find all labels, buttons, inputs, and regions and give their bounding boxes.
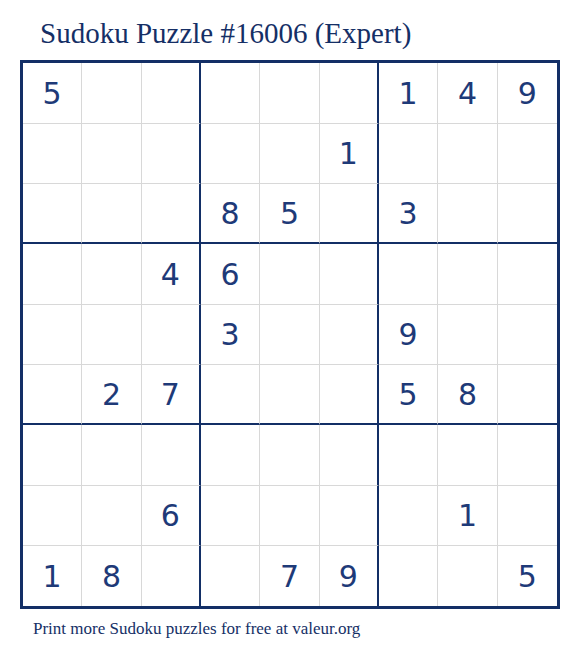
cell-r8c2[interactable]: [82, 486, 141, 546]
cell-r2c4[interactable]: [201, 124, 260, 184]
cell-r5c1[interactable]: [23, 305, 82, 365]
cell-r7c1[interactable]: [23, 425, 82, 485]
cell-r2c7[interactable]: [379, 124, 438, 184]
cell-r2c9[interactable]: [498, 124, 557, 184]
cell-r6c2: 2: [82, 365, 141, 425]
cell-r2c1[interactable]: [23, 124, 82, 184]
cell-r7c9[interactable]: [498, 425, 557, 485]
cell-r5c7: 9: [379, 305, 438, 365]
cell-r3c7: 3: [379, 184, 438, 244]
cell-r3c4: 8: [201, 184, 260, 244]
cell-r6c3: 7: [142, 365, 201, 425]
cell-r4c8[interactable]: [438, 244, 497, 304]
cell-r9c7[interactable]: [379, 546, 438, 606]
cell-r4c7[interactable]: [379, 244, 438, 304]
cell-r5c6[interactable]: [320, 305, 379, 365]
cell-r7c8[interactable]: [438, 425, 497, 485]
cell-r9c8[interactable]: [438, 546, 497, 606]
cell-r9c4[interactable]: [201, 546, 260, 606]
cell-r1c2[interactable]: [82, 63, 141, 123]
cell-r3c8[interactable]: [438, 184, 497, 244]
cell-r2c3[interactable]: [142, 124, 201, 184]
cell-r7c3[interactable]: [142, 425, 201, 485]
cell-r6c9[interactable]: [498, 365, 557, 425]
cell-r8c5[interactable]: [260, 486, 319, 546]
cell-r6c4[interactable]: [201, 365, 260, 425]
page: Sudoku Puzzle #16006 (Expert) 5149185346…: [0, 0, 580, 651]
cell-r8c6[interactable]: [320, 486, 379, 546]
cell-r4c3: 4: [142, 244, 201, 304]
cell-r5c3[interactable]: [142, 305, 201, 365]
cell-r1c5[interactable]: [260, 63, 319, 123]
cell-r1c9: 9: [498, 63, 557, 123]
cell-r3c2[interactable]: [82, 184, 141, 244]
cell-r5c4: 3: [201, 305, 260, 365]
cell-r8c8: 1: [438, 486, 497, 546]
cell-r1c3[interactable]: [142, 63, 201, 123]
page-title: Sudoku Puzzle #16006 (Expert): [0, 0, 580, 50]
cell-r3c6[interactable]: [320, 184, 379, 244]
cell-r9c9: 5: [498, 546, 557, 606]
cell-r9c2: 8: [82, 546, 141, 606]
cell-r7c2[interactable]: [82, 425, 141, 485]
cell-r3c1[interactable]: [23, 184, 82, 244]
cell-r8c1[interactable]: [23, 486, 82, 546]
cell-r8c3: 6: [142, 486, 201, 546]
cell-r8c4[interactable]: [201, 486, 260, 546]
cell-r7c4[interactable]: [201, 425, 260, 485]
cell-r4c1[interactable]: [23, 244, 82, 304]
cell-r5c9[interactable]: [498, 305, 557, 365]
cell-r4c5[interactable]: [260, 244, 319, 304]
cell-r9c3[interactable]: [142, 546, 201, 606]
cell-r7c7[interactable]: [379, 425, 438, 485]
cell-r2c5[interactable]: [260, 124, 319, 184]
cell-r4c9[interactable]: [498, 244, 557, 304]
cell-r4c4: 6: [201, 244, 260, 304]
cell-r6c7: 5: [379, 365, 438, 425]
sudoku-board: 51491853463927586118795: [20, 60, 560, 609]
cell-r3c9[interactable]: [498, 184, 557, 244]
cell-r3c3[interactable]: [142, 184, 201, 244]
cell-r8c7[interactable]: [379, 486, 438, 546]
cell-r6c8: 8: [438, 365, 497, 425]
cell-r1c8: 4: [438, 63, 497, 123]
cell-r1c6[interactable]: [320, 63, 379, 123]
cell-r5c2[interactable]: [82, 305, 141, 365]
cell-r9c6: 9: [320, 546, 379, 606]
cell-r7c5[interactable]: [260, 425, 319, 485]
cell-r7c6[interactable]: [320, 425, 379, 485]
cell-r2c6: 1: [320, 124, 379, 184]
cell-r9c5: 7: [260, 546, 319, 606]
cell-r1c4[interactable]: [201, 63, 260, 123]
cell-r2c8[interactable]: [438, 124, 497, 184]
cell-r3c5: 5: [260, 184, 319, 244]
cell-r4c6[interactable]: [320, 244, 379, 304]
cell-r9c1: 1: [23, 546, 82, 606]
cell-r1c7: 1: [379, 63, 438, 123]
cell-r6c5[interactable]: [260, 365, 319, 425]
cell-r8c9[interactable]: [498, 486, 557, 546]
cell-r6c6[interactable]: [320, 365, 379, 425]
cell-r5c5[interactable]: [260, 305, 319, 365]
cell-r6c1[interactable]: [23, 365, 82, 425]
cell-r1c1: 5: [23, 63, 82, 123]
cell-r2c2[interactable]: [82, 124, 141, 184]
cell-r5c8[interactable]: [438, 305, 497, 365]
footer-text: Print more Sudoku puzzles for free at va…: [0, 609, 580, 639]
cell-r4c2[interactable]: [82, 244, 141, 304]
